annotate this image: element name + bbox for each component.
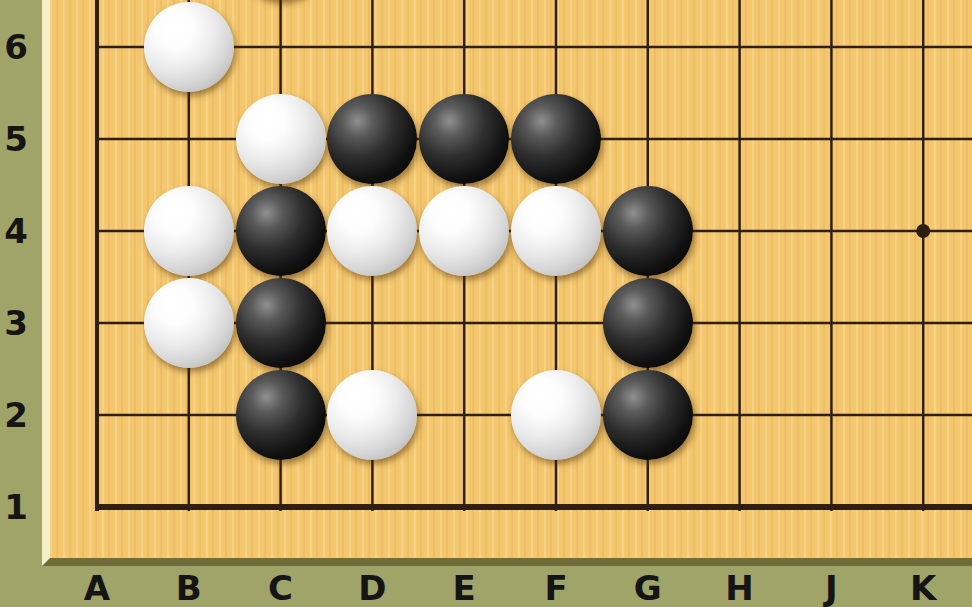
black-stone-E5[interactable] [419,94,509,184]
column-label-H: H [725,571,753,605]
white-stone-E4[interactable] [419,186,509,276]
white-stone-B4[interactable] [144,186,234,276]
black-stone-G4[interactable] [603,186,693,276]
black-stone-C4[interactable] [236,186,326,276]
row-label-6: 6 [4,30,28,64]
black-stone-G2[interactable] [603,370,693,460]
stones-layer [0,0,972,607]
column-label-E: E [453,571,476,605]
go-board-screenshot: 654321 ABCDEFGHJK [0,0,972,607]
white-stone-D2[interactable] [327,370,417,460]
white-stone-F2[interactable] [511,370,601,460]
column-label-K: K [910,571,936,605]
black-stone-C3[interactable] [236,278,326,368]
row-label-2: 2 [4,398,28,432]
white-stone-F4[interactable] [511,186,601,276]
column-label-J: J [825,571,838,605]
row-label-1: 1 [4,490,28,524]
column-label-D: D [358,571,386,605]
row-label-3: 3 [4,306,28,340]
column-label-B: B [176,571,202,605]
black-stone-F5[interactable] [511,94,601,184]
white-stone-B3[interactable] [144,278,234,368]
column-label-A: A [84,571,110,605]
row-label-5: 5 [4,122,28,156]
column-label-C: C [268,571,293,605]
white-stone-B6[interactable] [144,2,234,92]
column-label-F: F [544,571,567,605]
row-label-4: 4 [4,214,28,248]
column-label-G: G [634,571,662,605]
white-stone-D4[interactable] [327,186,417,276]
black-stone-D5[interactable] [327,94,417,184]
black-stone-G3[interactable] [603,278,693,368]
white-stone-C5[interactable] [236,94,326,184]
black-stone-C2[interactable] [236,370,326,460]
